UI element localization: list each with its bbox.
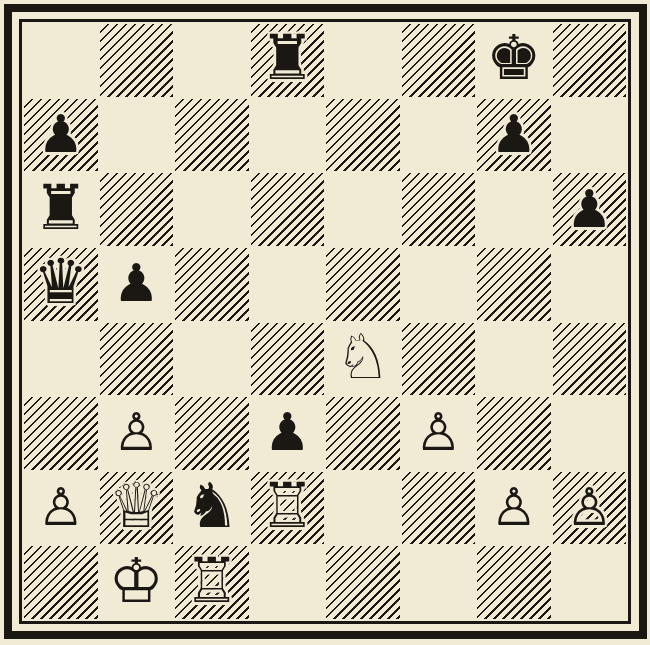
square-h2[interactable]: ♙	[552, 471, 628, 546]
piece-black-rook: ♜	[259, 27, 315, 89]
square-d7[interactable]	[250, 98, 326, 173]
square-g2[interactable]: ♙	[476, 471, 552, 546]
square-g7[interactable]: ♟	[476, 98, 552, 173]
square-h4[interactable]	[552, 322, 628, 397]
square-d1[interactable]	[250, 545, 326, 620]
square-e4[interactable]: ♘	[325, 322, 401, 397]
square-f3[interactable]: ♙	[401, 396, 477, 471]
square-b8[interactable]	[99, 23, 175, 98]
square-c7[interactable]	[174, 98, 250, 173]
square-b6[interactable]	[99, 172, 175, 247]
square-f7[interactable]	[401, 98, 477, 173]
square-b7[interactable]	[99, 98, 175, 173]
square-h7[interactable]	[552, 98, 628, 173]
square-a1[interactable]	[23, 545, 99, 620]
square-g1[interactable]	[476, 545, 552, 620]
piece-black-pawn: ♟	[566, 183, 613, 235]
square-f6[interactable]	[401, 172, 477, 247]
chess-board: ♜♚♟♟♜♟♛♟♘♙♟♙♙♕♞♖♙♙♔♖	[23, 23, 627, 620]
square-c6[interactable]	[174, 172, 250, 247]
square-d5[interactable]	[250, 247, 326, 322]
square-c4[interactable]	[174, 322, 250, 397]
square-f1[interactable]	[401, 545, 477, 620]
square-e6[interactable]	[325, 172, 401, 247]
piece-white-pawn: ♙	[113, 406, 160, 458]
piece-white-pawn: ♙	[490, 481, 537, 533]
piece-black-pawn: ♟	[37, 108, 84, 160]
square-e3[interactable]	[325, 396, 401, 471]
square-e1[interactable]	[325, 545, 401, 620]
square-f2[interactable]	[401, 471, 477, 546]
square-d2[interactable]: ♖	[250, 471, 326, 546]
square-a3[interactable]	[23, 396, 99, 471]
square-a7[interactable]: ♟	[23, 98, 99, 173]
square-g5[interactable]	[476, 247, 552, 322]
piece-white-rook: ♖	[259, 475, 315, 537]
square-b4[interactable]	[99, 322, 175, 397]
square-a4[interactable]	[23, 322, 99, 397]
square-e8[interactable]	[325, 23, 401, 98]
square-c3[interactable]	[174, 396, 250, 471]
square-g8[interactable]: ♚	[476, 23, 552, 98]
piece-white-pawn: ♙	[566, 481, 613, 533]
square-b5[interactable]: ♟	[99, 247, 175, 322]
piece-white-pawn: ♙	[415, 406, 462, 458]
square-e5[interactable]	[325, 247, 401, 322]
piece-black-rook: ♜	[33, 177, 89, 239]
square-b1[interactable]: ♔	[99, 545, 175, 620]
square-e7[interactable]	[325, 98, 401, 173]
square-a2[interactable]: ♙	[23, 471, 99, 546]
square-f5[interactable]	[401, 247, 477, 322]
square-h8[interactable]	[552, 23, 628, 98]
square-b3[interactable]: ♙	[99, 396, 175, 471]
square-d6[interactable]	[250, 172, 326, 247]
piece-white-rook: ♖	[184, 550, 240, 612]
square-c2[interactable]: ♞	[174, 471, 250, 546]
square-d4[interactable]	[250, 322, 326, 397]
square-a8[interactable]	[23, 23, 99, 98]
piece-white-king: ♔	[108, 550, 164, 612]
piece-white-queen: ♕	[108, 475, 164, 537]
square-a5[interactable]: ♛	[23, 247, 99, 322]
square-h3[interactable]	[552, 396, 628, 471]
square-d8[interactable]: ♜	[250, 23, 326, 98]
square-g6[interactable]	[476, 172, 552, 247]
square-e2[interactable]	[325, 471, 401, 546]
square-a6[interactable]: ♜	[23, 172, 99, 247]
piece-black-pawn: ♟	[264, 406, 311, 458]
square-f4[interactable]	[401, 322, 477, 397]
square-c8[interactable]	[174, 23, 250, 98]
square-h6[interactable]: ♟	[552, 172, 628, 247]
square-h5[interactable]	[552, 247, 628, 322]
square-f8[interactable]	[401, 23, 477, 98]
piece-black-king: ♚	[486, 27, 542, 89]
square-c1[interactable]: ♖	[174, 545, 250, 620]
square-b2[interactable]: ♕	[99, 471, 175, 546]
piece-white-pawn: ♙	[37, 481, 84, 533]
piece-white-knight: ♘	[335, 326, 391, 388]
square-c5[interactable]	[174, 247, 250, 322]
piece-black-pawn: ♟	[490, 108, 537, 160]
square-g3[interactable]	[476, 396, 552, 471]
piece-black-knight: ♞	[184, 475, 240, 537]
piece-black-pawn: ♟	[113, 257, 160, 309]
square-g4[interactable]	[476, 322, 552, 397]
piece-black-queen: ♛	[33, 251, 89, 313]
square-h1[interactable]	[552, 545, 628, 620]
square-d3[interactable]: ♟	[250, 396, 326, 471]
